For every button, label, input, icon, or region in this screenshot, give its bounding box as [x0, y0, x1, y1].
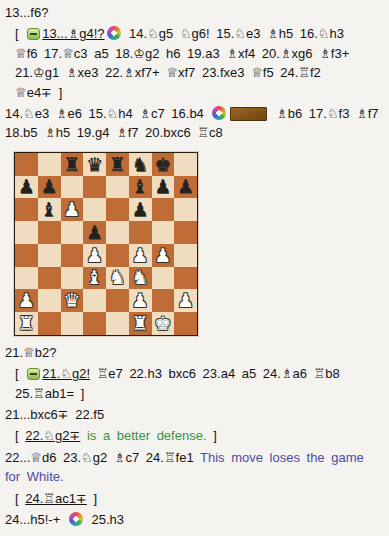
move-text[interactable]: 22...♕d6 23.♘g2 ♗c7 24.♖fe1	[5, 450, 200, 465]
piece-black-pawn: ♟	[154, 177, 171, 196]
piece-black-king: ♚	[154, 155, 171, 174]
square-a6[interactable]	[15, 198, 38, 221]
square-c8[interactable]: ♜	[61, 153, 84, 176]
square-e1[interactable]	[106, 312, 129, 335]
square-d5[interactable]: ♟	[83, 221, 106, 244]
square-a7[interactable]: ♟	[15, 176, 38, 199]
square-c1[interactable]	[61, 312, 84, 335]
notation-line: ♕e4∓ ]	[5, 83, 387, 102]
chess-board: ♜♛♜♞♚♟♟♝♟♟♝♟♟♟♟♟♟♝♞♞♟♛♟♟♜♜♚	[14, 152, 198, 336]
piece-black-rook: ♜	[63, 155, 80, 174]
square-d6[interactable]	[83, 198, 106, 221]
notation-line: 25.♖ab1= ]	[5, 384, 387, 403]
comment-green: is a better defense.	[80, 428, 206, 443]
square-d1[interactable]	[83, 312, 106, 335]
piece-black-pawn: ♟	[18, 177, 35, 196]
notation-lines-top: 13...f6?[ 13...♗g4!? 14.♘g5 ♘g6! 15.♘e3 …	[5, 3, 387, 143]
square-c3[interactable]	[61, 267, 84, 290]
move-text[interactable]: 14.♘g5 ♘g6! 15.♘e3 ♗h5 16.♘h3	[123, 26, 344, 41]
square-b6[interactable]: ♝	[38, 198, 61, 221]
notation-line: [ 24.♖ac1∓ ]	[5, 489, 387, 508]
square-h8[interactable]	[174, 153, 197, 176]
square-a5[interactable]	[15, 221, 38, 244]
square-b5[interactable]	[38, 221, 61, 244]
bracket: ]	[207, 428, 217, 443]
move-link[interactable]: 21.♘g2!	[42, 366, 90, 381]
piece-black-pawn: ♟	[132, 200, 149, 219]
comment-blue: for White.	[5, 469, 64, 484]
piece-black-pawn: ♟	[41, 177, 58, 196]
move-text[interactable]: ♖e7 22.h3 bxc6 23.a4 a5 24.♗a6 ♖b8	[90, 366, 340, 381]
colorwheel-annotation-icon	[69, 512, 83, 526]
square-g7[interactable]: ♟	[152, 176, 175, 199]
bracket: [	[15, 26, 25, 41]
notation-lines-bottom: 21.♕b2?[ 21.♘g2! ♖e7 22.h3 bxc6 23.a4 a5…	[5, 343, 387, 530]
notation-line: 21.♕b2?	[5, 343, 387, 362]
bracket: ]	[74, 386, 84, 401]
move-text[interactable]: 25.h3	[85, 512, 124, 527]
piece-white-pawn: ♟	[132, 291, 149, 310]
square-e5[interactable]	[106, 221, 129, 244]
square-f8[interactable]: ♞	[129, 153, 152, 176]
square-a8[interactable]	[15, 153, 38, 176]
bracket: [	[15, 428, 25, 443]
square-g6[interactable]	[152, 198, 175, 221]
notation-line: 21.♔g1 ♗xe3 22.♗xf7+ ♕xf7 23.fxe3 ♕f5 24…	[5, 63, 387, 82]
piece-white-knight: ♞	[132, 268, 149, 287]
colorwheel-annotation-icon	[107, 26, 121, 40]
square-b3[interactable]	[38, 267, 61, 290]
square-g3[interactable]	[152, 267, 175, 290]
move-text[interactable]: ♗b6 17.♘f3 ♗f7	[269, 106, 378, 121]
notation-line: 18.b5 ♗h5 19.g4 ♗f7 20.bxc6 ♖c8	[5, 123, 387, 142]
notation-line: 14.♘e3 ♗e6 15.♘h4 ♗c7 16.b4 ♗b6 17.♘f3 ♗…	[5, 104, 387, 123]
move-text[interactable]: 21.♔g1 ♗xe3 22.♗xf7+ ♕xf7 23.fxe3 ♕f5 24…	[15, 65, 321, 80]
square-f4[interactable]: ♟	[129, 244, 152, 267]
piece-white-pawn: ♟	[154, 246, 171, 265]
square-c5[interactable]	[61, 221, 84, 244]
move-text[interactable]: ♕e4∓	[15, 85, 52, 100]
square-d8[interactable]: ♛	[83, 153, 106, 176]
square-e8[interactable]: ♜	[106, 153, 129, 176]
notation-line: [ 13...♗g4!? 14.♘g5 ♘g6! 15.♘e3 ♗h5 16.♘…	[5, 24, 387, 43]
piece-white-pawn: ♟	[63, 200, 80, 219]
piece-black-pawn: ♟	[177, 177, 194, 196]
piece-black-bishop: ♝	[41, 200, 58, 219]
square-h2[interactable]: ♟	[174, 289, 197, 312]
piece-black-queen: ♛	[86, 155, 103, 174]
square-e6[interactable]	[106, 198, 129, 221]
square-b2[interactable]	[38, 289, 61, 312]
square-a1[interactable]: ♜	[15, 312, 38, 335]
square-h5[interactable]	[174, 221, 197, 244]
bracket: [	[15, 491, 25, 506]
minus-annotation-icon	[27, 368, 40, 380]
square-g4[interactable]: ♟	[152, 244, 175, 267]
bracket: [	[15, 366, 25, 381]
piece-white-pawn: ♟	[177, 291, 194, 310]
piece-black-pawn: ♟	[86, 223, 103, 242]
square-g2[interactable]	[152, 289, 175, 312]
move-link[interactable]: 24.♖ac1∓	[25, 491, 87, 506]
square-g8[interactable]: ♚	[152, 153, 175, 176]
square-g5[interactable]	[152, 221, 175, 244]
piece-white-pawn: ♟	[18, 291, 35, 310]
square-a4[interactable]	[15, 244, 38, 267]
move-text[interactable]: 25.♖ab1=	[15, 386, 74, 401]
square-g1[interactable]: ♚	[152, 312, 175, 335]
piece-white-pawn: ♟	[86, 246, 103, 265]
notation-line: 21...bxc6∓ 22.f5	[5, 405, 387, 424]
move-text[interactable]: 13...f6?	[5, 5, 48, 20]
move-text[interactable]: 24...h5!-+	[5, 512, 67, 527]
square-d4[interactable]: ♟	[83, 244, 106, 267]
square-f2[interactable]: ♟	[129, 289, 152, 312]
square-f1[interactable]: ♜	[129, 312, 152, 335]
notation-line: 24...h5!-+ 25.h3	[5, 510, 387, 529]
square-d7[interactable]	[83, 176, 106, 199]
brown-marker-annotation-icon	[230, 107, 267, 121]
piece-white-knight: ♞	[109, 268, 126, 287]
square-b1[interactable]	[38, 312, 61, 335]
piece-black-rook: ♜	[109, 155, 126, 174]
minus-annotation-icon	[27, 28, 40, 40]
notation-line: 13...f6?	[5, 3, 387, 22]
piece-white-king: ♚	[154, 314, 171, 333]
piece-black-bishop: ♝	[132, 177, 149, 196]
move-text[interactable]: 18.b5 ♗h5 19.g4 ♗f7 20.bxc6 ♖c8	[5, 125, 223, 140]
square-c6[interactable]: ♟	[61, 198, 84, 221]
notation-line: ♕f6 17.♕c3 a5 18.♔g2 h6 19.a3 ♗xf4 20.♗x…	[5, 44, 387, 63]
square-b8[interactable]	[38, 153, 61, 176]
notation-line: [ 21.♘g2! ♖e7 22.h3 bxc6 23.a4 a5 24.♗a6…	[5, 364, 387, 383]
move-link[interactable]: 22.♘g2∓	[25, 428, 80, 443]
bracket: ]	[52, 85, 62, 100]
square-e3[interactable]: ♞	[106, 267, 129, 290]
square-f3[interactable]: ♞	[129, 267, 152, 290]
notation-line: [ 22.♘g2∓ is a better defense. ]	[5, 426, 387, 445]
move-link[interactable]: 13...♗g4!?	[42, 26, 104, 41]
notation-panel: 13...f6?[ 13...♗g4!? 14.♘g5 ♘g6! 15.♘e3 …	[0, 0, 389, 530]
square-f6[interactable]: ♟	[129, 198, 152, 221]
square-d2[interactable]	[83, 289, 106, 312]
square-a3[interactable]	[15, 267, 38, 290]
move-text[interactable]: 14.♘e3 ♗e6 15.♘h4 ♗c7 16.b4	[5, 106, 210, 121]
notation-line: for White.	[5, 467, 387, 486]
square-f7[interactable]: ♝	[129, 176, 152, 199]
notation-line: 22...♕d6 23.♘g2 ♗c7 24.♖fe1 This move lo…	[5, 448, 387, 467]
bracket: ]	[87, 491, 97, 506]
square-b4[interactable]	[38, 244, 61, 267]
square-h7[interactable]: ♟	[174, 176, 197, 199]
square-b7[interactable]: ♟	[38, 176, 61, 199]
comment-blue: This move loses the game	[200, 450, 364, 465]
square-e7[interactable]	[106, 176, 129, 199]
piece-white-rook: ♜	[18, 314, 35, 333]
square-e4[interactable]	[106, 244, 129, 267]
square-h6[interactable]	[174, 198, 197, 221]
square-c2[interactable]: ♛	[61, 289, 84, 312]
square-h4[interactable]	[174, 244, 197, 267]
colorwheel-annotation-icon	[212, 106, 226, 120]
square-c4[interactable]	[61, 244, 84, 267]
square-f5[interactable]	[129, 221, 152, 244]
piece-white-queen: ♛	[63, 291, 80, 310]
square-e2[interactable]	[106, 289, 129, 312]
square-h3[interactable]	[174, 267, 197, 290]
square-c7[interactable]	[61, 176, 84, 199]
piece-white-pawn: ♟	[132, 246, 149, 265]
move-text[interactable]: 21...bxc6∓ 22.f5	[5, 407, 104, 422]
square-h1[interactable]	[174, 312, 197, 335]
move-text[interactable]: 21.♕b2?	[5, 345, 56, 360]
move-text[interactable]: ♕f6 17.♕c3 a5 18.♔g2 h6 19.a3 ♗xf4 20.♗x…	[15, 46, 349, 61]
square-a2[interactable]: ♟	[15, 289, 38, 312]
square-d3[interactable]: ♝	[83, 267, 106, 290]
piece-black-knight: ♞	[132, 155, 149, 174]
piece-white-bishop: ♝	[86, 268, 103, 287]
piece-white-rook: ♜	[132, 314, 149, 333]
